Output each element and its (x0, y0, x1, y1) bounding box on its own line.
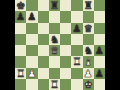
square-h6[interactable] (94, 23, 105, 34)
letterbox-right (105, 0, 120, 90)
square-d8[interactable]: ♜ (49, 0, 60, 11)
square-c3[interactable] (38, 56, 49, 67)
white-bishop-g3[interactable]: ♝ (84, 56, 93, 67)
square-f6[interactable]: ♟ (71, 23, 82, 34)
square-c1[interactable] (38, 79, 49, 90)
square-h2[interactable]: ♟ (94, 68, 105, 79)
white-rook-f3[interactable]: ♜ (72, 56, 81, 67)
square-e5[interactable] (60, 34, 71, 45)
square-d1[interactable]: ♜ (49, 79, 60, 90)
square-a6[interactable] (15, 23, 26, 34)
square-g2[interactable]: ♟ (83, 68, 94, 79)
square-g4[interactable]: ♞ (83, 45, 94, 56)
square-e3[interactable] (60, 56, 71, 67)
square-h8[interactable] (94, 0, 105, 11)
square-b6[interactable] (26, 23, 37, 34)
square-e7[interactable] (60, 11, 71, 22)
square-e8[interactable] (60, 0, 71, 11)
square-f5[interactable] (71, 34, 82, 45)
square-f7[interactable] (71, 11, 82, 22)
square-d4[interactable]: ♛ (49, 45, 60, 56)
square-a1[interactable] (15, 79, 26, 90)
letterbox-left (0, 0, 15, 90)
square-d5[interactable]: ♞ (49, 34, 60, 45)
square-h3[interactable] (94, 56, 105, 67)
black-king-a8[interactable]: ♚ (16, 0, 25, 11)
square-g8[interactable]: ♜ (83, 0, 94, 11)
square-f4[interactable] (71, 45, 82, 56)
square-b8[interactable] (26, 0, 37, 11)
square-g3[interactable]: ♝ (83, 56, 94, 67)
square-c6[interactable] (38, 23, 49, 34)
square-b2[interactable]: ♟ (26, 68, 37, 79)
square-g6[interactable]: ♛ (83, 23, 94, 34)
square-b5[interactable] (26, 34, 37, 45)
square-c2[interactable] (38, 68, 49, 79)
square-c5[interactable] (38, 34, 49, 45)
square-c8[interactable] (38, 0, 49, 11)
square-h4[interactable]: ♟ (94, 45, 105, 56)
chess-app-stage: ♚♜♜♟♟♟♛♞♛♞♟♜♝♜♟♟♟♜♚ (0, 0, 120, 90)
square-e1[interactable] (60, 79, 71, 90)
black-knight-g4[interactable]: ♞ (84, 45, 93, 56)
square-c4[interactable] (38, 45, 49, 56)
square-g1[interactable]: ♚ (83, 79, 94, 90)
square-d6[interactable] (49, 23, 60, 34)
square-c7[interactable] (38, 11, 49, 22)
square-e4[interactable] (60, 45, 71, 56)
square-a5[interactable] (15, 34, 26, 45)
square-f2[interactable] (71, 68, 82, 79)
square-h1[interactable] (94, 79, 105, 90)
white-queen-d4[interactable]: ♛ (50, 45, 59, 56)
black-pawn-h4[interactable]: ♟ (95, 45, 104, 56)
square-g7[interactable] (83, 11, 94, 22)
black-pawn-h2[interactable]: ♟ (95, 67, 104, 78)
square-b7[interactable]: ♟ (26, 11, 37, 22)
chess-board[interactable]: ♚♜♜♟♟♟♛♞♛♞♟♜♝♜♟♟♟♜♚ (15, 0, 105, 90)
black-pawn-b7[interactable]: ♟ (27, 11, 36, 22)
black-queen-g6[interactable]: ♛ (84, 22, 93, 33)
square-a2[interactable]: ♜ (15, 68, 26, 79)
square-h5[interactable] (94, 34, 105, 45)
square-f1[interactable] (71, 79, 82, 90)
square-a7[interactable]: ♟ (15, 11, 26, 22)
square-d2[interactable] (49, 68, 60, 79)
square-a8[interactable]: ♚ (15, 0, 26, 11)
square-a3[interactable] (15, 56, 26, 67)
square-d7[interactable] (49, 11, 60, 22)
square-a4[interactable] (15, 45, 26, 56)
black-pawn-f6[interactable]: ♟ (72, 22, 81, 33)
square-f8[interactable] (71, 0, 82, 11)
black-rook-g8[interactable]: ♜ (84, 0, 93, 11)
square-f3[interactable]: ♜ (71, 56, 82, 67)
square-b4[interactable] (26, 45, 37, 56)
black-pawn-a7[interactable]: ♟ (16, 11, 25, 22)
white-king-g1[interactable]: ♚ (84, 78, 93, 89)
square-h7[interactable] (94, 11, 105, 22)
white-pawn-b2[interactable]: ♟ (27, 67, 36, 78)
square-b3[interactable] (26, 56, 37, 67)
white-pawn-g2[interactable]: ♟ (84, 67, 93, 78)
square-e6[interactable] (60, 23, 71, 34)
square-e2[interactable] (60, 68, 71, 79)
black-knight-d5[interactable]: ♞ (50, 33, 59, 44)
black-rook-d8[interactable]: ♜ (50, 0, 59, 11)
square-d3[interactable] (49, 56, 60, 67)
square-g5[interactable] (83, 34, 94, 45)
square-b1[interactable] (26, 79, 37, 90)
white-rook-a2[interactable]: ♜ (16, 67, 25, 78)
white-rook-d1[interactable]: ♜ (50, 78, 59, 89)
